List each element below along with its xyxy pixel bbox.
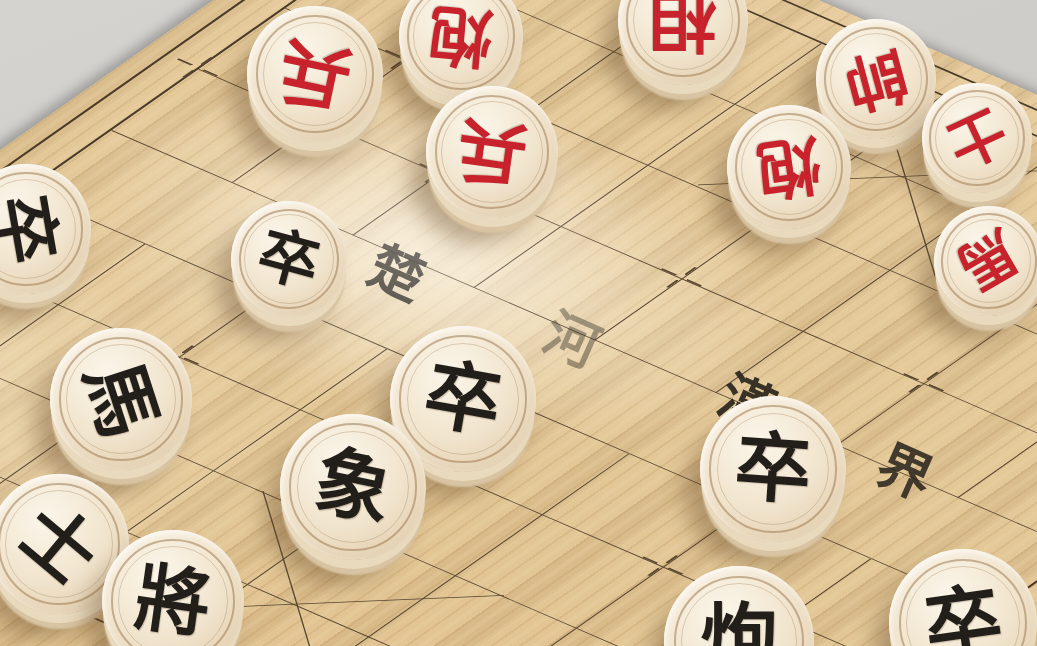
piece-character: 卒 [218, 188, 360, 330]
piece-disc: 炮 [664, 566, 814, 646]
piece-black-soldier[interactable]: 卒 [700, 396, 846, 542]
piece-disc: 士 [922, 83, 1032, 193]
piece-black-cannon[interactable]: 炮 [664, 566, 814, 646]
piece-black-general[interactable]: 將 [102, 530, 244, 646]
piece-disc: 馬 [50, 328, 192, 470]
piece-character: 士 [904, 65, 1037, 211]
piece-disc: 兵 [426, 86, 558, 218]
piece-black-horse[interactable]: 馬 [50, 328, 192, 470]
piece-red-horse[interactable]: 馬 [934, 206, 1037, 316]
piece-disc: 象 [280, 414, 426, 560]
piece-disc: 卒 [0, 164, 91, 294]
piece-red-soldier[interactable]: 兵 [426, 86, 558, 218]
piece-character: 炮 [664, 566, 814, 646]
piece-disc: 卒 [700, 396, 846, 542]
piece-red-soldier[interactable]: 兵 [247, 6, 383, 142]
piece-black-elephant[interactable]: 象 [280, 414, 426, 560]
piece-character: 卒 [0, 154, 101, 305]
piece-character: 炮 [719, 97, 859, 237]
piece-disc: 卒 [231, 201, 347, 317]
piece-character: 兵 [417, 77, 566, 226]
piece-disc: 相 [618, 0, 748, 85]
piece-disc: 將 [102, 530, 244, 646]
piece-character: 兵 [234, 0, 395, 155]
piece-red-cannon[interactable]: 炮 [727, 105, 851, 229]
piece-disc: 馬 [934, 206, 1037, 316]
piece-disc: 炮 [727, 105, 851, 229]
piece-character: 象 [266, 400, 439, 573]
piece-black-soldier[interactable]: 卒 [231, 201, 347, 317]
piece-character: 卒 [879, 539, 1037, 646]
piece-disc: 卒 [889, 549, 1037, 646]
piece-black-soldier[interactable]: 卒 [0, 164, 91, 294]
piece-character: 相 [618, 0, 748, 85]
piece-red-elephant[interactable]: 相 [618, 0, 748, 85]
xiangqi-photo-scene: 楚河漢界 相炮兵帥士兵炮卒卒馬馬卒卒象士將卒炮 [0, 0, 1037, 646]
piece-red-advisor[interactable]: 士 [922, 83, 1032, 193]
piece-disc: 兵 [247, 6, 383, 142]
piece-character: 卒 [695, 391, 851, 547]
piece-character: 將 [93, 521, 253, 646]
piece-black-soldier[interactable]: 卒 [889, 549, 1037, 646]
